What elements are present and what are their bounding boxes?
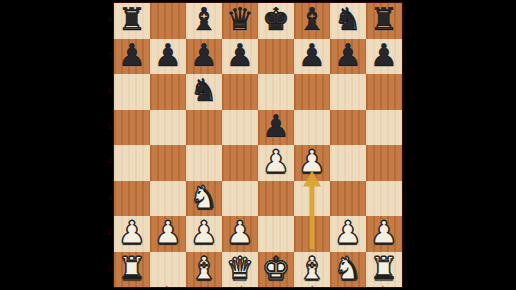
square-h6[interactable] (366, 74, 402, 110)
file-label-b: b (150, 285, 186, 290)
black-bishop-f8[interactable]: ♝ (298, 4, 326, 35)
square-a3[interactable] (114, 181, 150, 217)
black-rook-h8[interactable]: ♜ (370, 4, 398, 35)
square-e2[interactable] (258, 216, 294, 252)
square-e3[interactable] (258, 181, 294, 217)
black-knight-g8[interactable]: ♞ (334, 4, 362, 35)
square-f1[interactable]: ♝ (294, 252, 330, 288)
square-e7[interactable] (258, 39, 294, 75)
square-b4[interactable] (150, 145, 186, 181)
rank-label-3: 3 (101, 181, 112, 217)
file-label-h: h (366, 285, 402, 290)
square-a5[interactable] (114, 110, 150, 146)
square-f4[interactable]: ♟ (294, 145, 330, 181)
white-pawn-b2[interactable]: ♟ (154, 217, 182, 248)
white-bishop-c1[interactable]: ♝ (190, 253, 218, 284)
square-f3[interactable] (294, 181, 330, 217)
square-b7[interactable]: ♟ (150, 39, 186, 75)
black-rook-a8[interactable]: ♜ (118, 4, 146, 35)
white-rook-h1[interactable]: ♜ (370, 253, 398, 284)
white-pawn-f4[interactable]: ♟ (298, 146, 326, 177)
black-pawn-h7[interactable]: ♟ (370, 40, 398, 71)
white-queen-d1[interactable]: ♛ (226, 253, 254, 284)
file-label-f: f (294, 285, 330, 290)
chess-board-frame: 87654321 ♜♝♛♚♝♞♜♟♟♟♟♟♟♟♞♟♟♟♞♟♟♟♟♟♟♜♝♛♚♝♞… (101, 0, 412, 290)
square-a6[interactable] (114, 74, 150, 110)
square-h2[interactable]: ♟ (366, 216, 402, 252)
square-b1[interactable] (150, 252, 186, 288)
square-e1[interactable]: ♚ (258, 252, 294, 288)
square-g2[interactable]: ♟ (330, 216, 366, 252)
white-knight-c3[interactable]: ♞ (190, 182, 218, 213)
black-king-e8[interactable]: ♚ (262, 4, 290, 35)
black-pawn-g7[interactable]: ♟ (334, 40, 362, 71)
file-label-g: g (330, 285, 366, 290)
square-f8[interactable]: ♝ (294, 3, 330, 39)
white-pawn-c2[interactable]: ♟ (190, 217, 218, 248)
rank-label-7: 7 (101, 39, 112, 75)
square-c4[interactable] (186, 145, 222, 181)
rank-labels: 87654321 (101, 3, 112, 287)
white-pawn-h2[interactable]: ♟ (370, 217, 398, 248)
square-b8[interactable] (150, 3, 186, 39)
square-b3[interactable] (150, 181, 186, 217)
white-pawn-d2[interactable]: ♟ (226, 217, 254, 248)
square-g1[interactable]: ♞ (330, 252, 366, 288)
square-e6[interactable] (258, 74, 294, 110)
square-d3[interactable] (222, 181, 258, 217)
square-c3[interactable]: ♞ (186, 181, 222, 217)
rank-label-1: 1 (101, 252, 112, 288)
black-pawn-b7[interactable]: ♟ (154, 40, 182, 71)
white-pawn-a2[interactable]: ♟ (118, 217, 146, 248)
square-b6[interactable] (150, 74, 186, 110)
square-g8[interactable]: ♞ (330, 3, 366, 39)
white-king-e1[interactable]: ♚ (262, 253, 290, 284)
square-c8[interactable]: ♝ (186, 3, 222, 39)
square-e4[interactable]: ♟ (258, 145, 294, 181)
square-d7[interactable]: ♟ (222, 39, 258, 75)
rank-label-6: 6 (101, 74, 112, 110)
square-a4[interactable] (114, 145, 150, 181)
square-g3[interactable] (330, 181, 366, 217)
black-knight-c6[interactable]: ♞ (190, 75, 218, 106)
rank-label-8: 8 (101, 3, 112, 39)
square-h5[interactable] (366, 110, 402, 146)
file-label-d: d (222, 285, 258, 290)
white-pawn-e4[interactable]: ♟ (262, 146, 290, 177)
rank-label-5: 5 (101, 110, 112, 146)
black-pawn-a7[interactable]: ♟ (118, 40, 146, 71)
square-a7[interactable]: ♟ (114, 39, 150, 75)
square-a1[interactable]: ♜ (114, 252, 150, 288)
square-g6[interactable] (330, 74, 366, 110)
square-g7[interactable]: ♟ (330, 39, 366, 75)
screenshot-root: 87654321 ♜♝♛♚♝♞♜♟♟♟♟♟♟♟♞♟♟♟♞♟♟♟♟♟♟♜♝♛♚♝♞… (0, 0, 516, 290)
square-f7[interactable]: ♟ (294, 39, 330, 75)
rank-label-2: 2 (101, 216, 112, 252)
square-h7[interactable]: ♟ (366, 39, 402, 75)
square-d5[interactable] (222, 110, 258, 146)
square-f6[interactable] (294, 74, 330, 110)
square-e5[interactable]: ♟ (258, 110, 294, 146)
black-pawn-d7[interactable]: ♟ (226, 40, 254, 71)
square-e8[interactable]: ♚ (258, 3, 294, 39)
square-c1[interactable]: ♝ (186, 252, 222, 288)
file-label-a: a (114, 285, 150, 290)
chess-board: ♜♝♛♚♝♞♜♟♟♟♟♟♟♟♞♟♟♟♞♟♟♟♟♟♟♜♝♛♚♝♞♜ (114, 3, 402, 287)
black-pawn-c7[interactable]: ♟ (190, 40, 218, 71)
square-h4[interactable] (366, 145, 402, 181)
black-bishop-c8[interactable]: ♝ (190, 4, 218, 35)
square-d6[interactable] (222, 74, 258, 110)
file-label-c: c (186, 285, 222, 290)
square-g5[interactable] (330, 110, 366, 146)
white-pawn-g2[interactable]: ♟ (334, 217, 362, 248)
square-c5[interactable] (186, 110, 222, 146)
white-knight-g1[interactable]: ♞ (334, 253, 362, 284)
square-f2[interactable] (294, 216, 330, 252)
white-rook-a1[interactable]: ♜ (118, 253, 146, 284)
square-h8[interactable]: ♜ (366, 3, 402, 39)
square-c7[interactable]: ♟ (186, 39, 222, 75)
square-c2[interactable]: ♟ (186, 216, 222, 252)
square-g4[interactable] (330, 145, 366, 181)
square-a2[interactable]: ♟ (114, 216, 150, 252)
square-b5[interactable] (150, 110, 186, 146)
black-pawn-e5[interactable]: ♟ (262, 111, 290, 142)
square-d2[interactable]: ♟ (222, 216, 258, 252)
file-labels: abcdefgh (114, 285, 402, 290)
square-h3[interactable] (366, 181, 402, 217)
square-a8[interactable]: ♜ (114, 3, 150, 39)
black-pawn-f7[interactable]: ♟ (298, 40, 326, 71)
rank-label-4: 4 (101, 145, 112, 181)
square-d1[interactable]: ♛ (222, 252, 258, 288)
square-f5[interactable] (294, 110, 330, 146)
square-b2[interactable]: ♟ (150, 216, 186, 252)
file-label-e: e (258, 285, 294, 290)
square-d8[interactable]: ♛ (222, 3, 258, 39)
square-h1[interactable]: ♜ (366, 252, 402, 288)
square-d4[interactable] (222, 145, 258, 181)
white-bishop-f1[interactable]: ♝ (298, 253, 326, 284)
square-c6[interactable]: ♞ (186, 74, 222, 110)
black-queen-d8[interactable]: ♛ (226, 4, 254, 35)
